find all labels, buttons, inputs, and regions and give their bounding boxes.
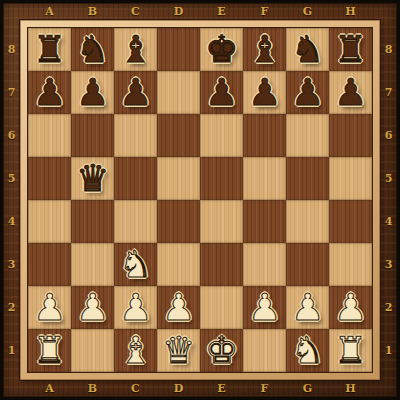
square-g5[interactable] xyxy=(286,157,329,200)
piece-white-pawn[interactable]: ♟ xyxy=(291,289,324,326)
square-g6[interactable] xyxy=(286,114,329,157)
square-e3[interactable] xyxy=(200,243,243,286)
piece-black-bishop[interactable]: ♝ xyxy=(119,31,152,68)
file-label-d: D xyxy=(157,3,200,20)
rank-label-4: 4 xyxy=(380,200,397,243)
file-label-c: C xyxy=(114,380,157,397)
rank-label-7: 7 xyxy=(3,71,20,114)
square-d1[interactable]: ♛ xyxy=(157,329,200,372)
square-g3[interactable] xyxy=(286,243,329,286)
rank-label-3: 3 xyxy=(380,243,397,286)
file-label-e: E xyxy=(200,380,243,397)
square-h5[interactable] xyxy=(329,157,372,200)
square-a5[interactable] xyxy=(28,157,71,200)
square-b2[interactable]: ♟ xyxy=(71,286,114,329)
chess-board: ♜♞♝♚♝♞♜♟♟♟♟♟♟♟♛♞♟♟♟♟♟♟♟♜♝♛♚♞♜ xyxy=(28,28,372,372)
piece-white-bishop[interactable]: ♝ xyxy=(119,332,152,369)
square-h4[interactable] xyxy=(329,200,372,243)
square-f2[interactable]: ♟ xyxy=(243,286,286,329)
piece-white-queen[interactable]: ♛ xyxy=(162,332,195,369)
square-f5[interactable] xyxy=(243,157,286,200)
square-g2[interactable]: ♟ xyxy=(286,286,329,329)
rank-label-6: 6 xyxy=(3,114,20,157)
square-a8[interactable]: ♜ xyxy=(28,28,71,71)
square-h2[interactable]: ♟ xyxy=(329,286,372,329)
square-e7[interactable]: ♟ xyxy=(200,71,243,114)
file-label-b: B xyxy=(71,380,114,397)
rank-label-5: 5 xyxy=(380,157,397,200)
piece-white-king[interactable]: ♚ xyxy=(205,332,238,369)
piece-black-pawn[interactable]: ♟ xyxy=(205,74,238,111)
rank-label-1: 1 xyxy=(380,329,397,372)
square-b4[interactable] xyxy=(71,200,114,243)
rank-label-5: 5 xyxy=(3,157,20,200)
square-d6[interactable] xyxy=(157,114,200,157)
rank-labels-right: 87654321 xyxy=(380,28,397,372)
square-e2[interactable] xyxy=(200,286,243,329)
square-c4[interactable] xyxy=(114,200,157,243)
square-b5[interactable]: ♛ xyxy=(71,157,114,200)
square-a2[interactable]: ♟ xyxy=(28,286,71,329)
square-a7[interactable]: ♟ xyxy=(28,71,71,114)
square-h1[interactable]: ♜ xyxy=(329,329,372,372)
rank-label-3: 3 xyxy=(3,243,20,286)
square-d3[interactable] xyxy=(157,243,200,286)
square-f7[interactable]: ♟ xyxy=(243,71,286,114)
piece-black-knight[interactable]: ♞ xyxy=(76,31,109,68)
piece-black-pawn[interactable]: ♟ xyxy=(76,74,109,111)
piece-white-knight[interactable]: ♞ xyxy=(119,246,152,283)
square-e1[interactable]: ♚ xyxy=(200,329,243,372)
file-label-d: D xyxy=(157,380,200,397)
square-e4[interactable] xyxy=(200,200,243,243)
square-f8[interactable]: ♝ xyxy=(243,28,286,71)
square-b3[interactable] xyxy=(71,243,114,286)
square-c2[interactable]: ♟ xyxy=(114,286,157,329)
square-c8[interactable]: ♝ xyxy=(114,28,157,71)
piece-black-pawn[interactable]: ♟ xyxy=(334,74,367,111)
piece-white-pawn[interactable]: ♟ xyxy=(334,289,367,326)
piece-white-pawn[interactable]: ♟ xyxy=(248,289,281,326)
piece-white-pawn[interactable]: ♟ xyxy=(76,289,109,326)
rank-label-8: 8 xyxy=(3,28,20,71)
file-label-a: A xyxy=(28,3,71,20)
board-bevel: ♜♞♝♚♝♞♜♟♟♟♟♟♟♟♛♞♟♟♟♟♟♟♟♜♝♛♚♞♜ xyxy=(20,20,380,380)
square-d2[interactable]: ♟ xyxy=(157,286,200,329)
piece-white-pawn[interactable]: ♟ xyxy=(119,289,152,326)
piece-white-rook[interactable]: ♜ xyxy=(334,332,367,369)
square-f3[interactable] xyxy=(243,243,286,286)
square-f4[interactable] xyxy=(243,200,286,243)
square-c3[interactable]: ♞ xyxy=(114,243,157,286)
file-labels-bottom: ABCDEFGH xyxy=(28,380,372,397)
piece-black-rook[interactable]: ♜ xyxy=(334,31,367,68)
square-f6[interactable] xyxy=(243,114,286,157)
piece-white-knight[interactable]: ♞ xyxy=(291,332,324,369)
file-label-a: A xyxy=(28,380,71,397)
square-e8[interactable]: ♚ xyxy=(200,28,243,71)
piece-black-rook[interactable]: ♜ xyxy=(33,31,66,68)
file-label-f: F xyxy=(243,380,286,397)
square-g1[interactable]: ♞ xyxy=(286,329,329,372)
file-label-h: H xyxy=(329,380,372,397)
file-label-e: E xyxy=(200,3,243,20)
file-label-f: F xyxy=(243,3,286,20)
piece-black-pawn[interactable]: ♟ xyxy=(291,74,324,111)
square-c7[interactable]: ♟ xyxy=(114,71,157,114)
square-c1[interactable]: ♝ xyxy=(114,329,157,372)
square-a4[interactable] xyxy=(28,200,71,243)
piece-black-queen[interactable]: ♛ xyxy=(76,160,109,197)
square-b7[interactable]: ♟ xyxy=(71,71,114,114)
square-b1[interactable] xyxy=(71,329,114,372)
chess-app: ABCDEFGH ABCDEFGH 87654321 87654321 ♜♞♝♚… xyxy=(0,0,400,400)
square-h3[interactable] xyxy=(329,243,372,286)
file-label-h: H xyxy=(329,3,372,20)
rank-label-2: 2 xyxy=(3,286,20,329)
file-label-g: G xyxy=(286,3,329,20)
piece-black-knight[interactable]: ♞ xyxy=(291,31,324,68)
square-b8[interactable]: ♞ xyxy=(71,28,114,71)
square-h7[interactable]: ♟ xyxy=(329,71,372,114)
square-g7[interactable]: ♟ xyxy=(286,71,329,114)
square-d5[interactable] xyxy=(157,157,200,200)
rank-labels-left: 87654321 xyxy=(3,28,20,372)
square-g4[interactable] xyxy=(286,200,329,243)
piece-black-bishop[interactable]: ♝ xyxy=(248,31,281,68)
board-frame: ABCDEFGH ABCDEFGH 87654321 87654321 ♜♞♝♚… xyxy=(3,3,397,397)
square-d7[interactable] xyxy=(157,71,200,114)
piece-white-pawn[interactable]: ♟ xyxy=(162,289,195,326)
rank-label-7: 7 xyxy=(380,71,397,114)
file-labels-top: ABCDEFGH xyxy=(28,3,372,20)
rank-label-1: 1 xyxy=(3,329,20,372)
square-a1[interactable]: ♜ xyxy=(28,329,71,372)
piece-white-rook[interactable]: ♜ xyxy=(33,332,66,369)
piece-black-king[interactable]: ♚ xyxy=(205,31,238,68)
square-b6[interactable] xyxy=(71,114,114,157)
file-label-b: B xyxy=(71,3,114,20)
piece-black-pawn[interactable]: ♟ xyxy=(33,74,66,111)
square-h8[interactable]: ♜ xyxy=(329,28,372,71)
square-a3[interactable] xyxy=(28,243,71,286)
file-label-g: G xyxy=(286,380,329,397)
square-h6[interactable] xyxy=(329,114,372,157)
square-c5[interactable] xyxy=(114,157,157,200)
piece-white-pawn[interactable]: ♟ xyxy=(33,289,66,326)
piece-black-pawn[interactable]: ♟ xyxy=(248,74,281,111)
square-a6[interactable] xyxy=(28,114,71,157)
rank-label-6: 6 xyxy=(380,114,397,157)
square-e5[interactable] xyxy=(200,157,243,200)
square-g8[interactable]: ♞ xyxy=(286,28,329,71)
file-label-c: C xyxy=(114,3,157,20)
rank-label-8: 8 xyxy=(380,28,397,71)
square-d4[interactable] xyxy=(157,200,200,243)
square-e6[interactable] xyxy=(200,114,243,157)
rank-label-2: 2 xyxy=(380,286,397,329)
square-f1[interactable] xyxy=(243,329,286,372)
square-c6[interactable] xyxy=(114,114,157,157)
piece-black-pawn[interactable]: ♟ xyxy=(119,74,152,111)
square-d8[interactable] xyxy=(157,28,200,71)
rank-label-4: 4 xyxy=(3,200,20,243)
